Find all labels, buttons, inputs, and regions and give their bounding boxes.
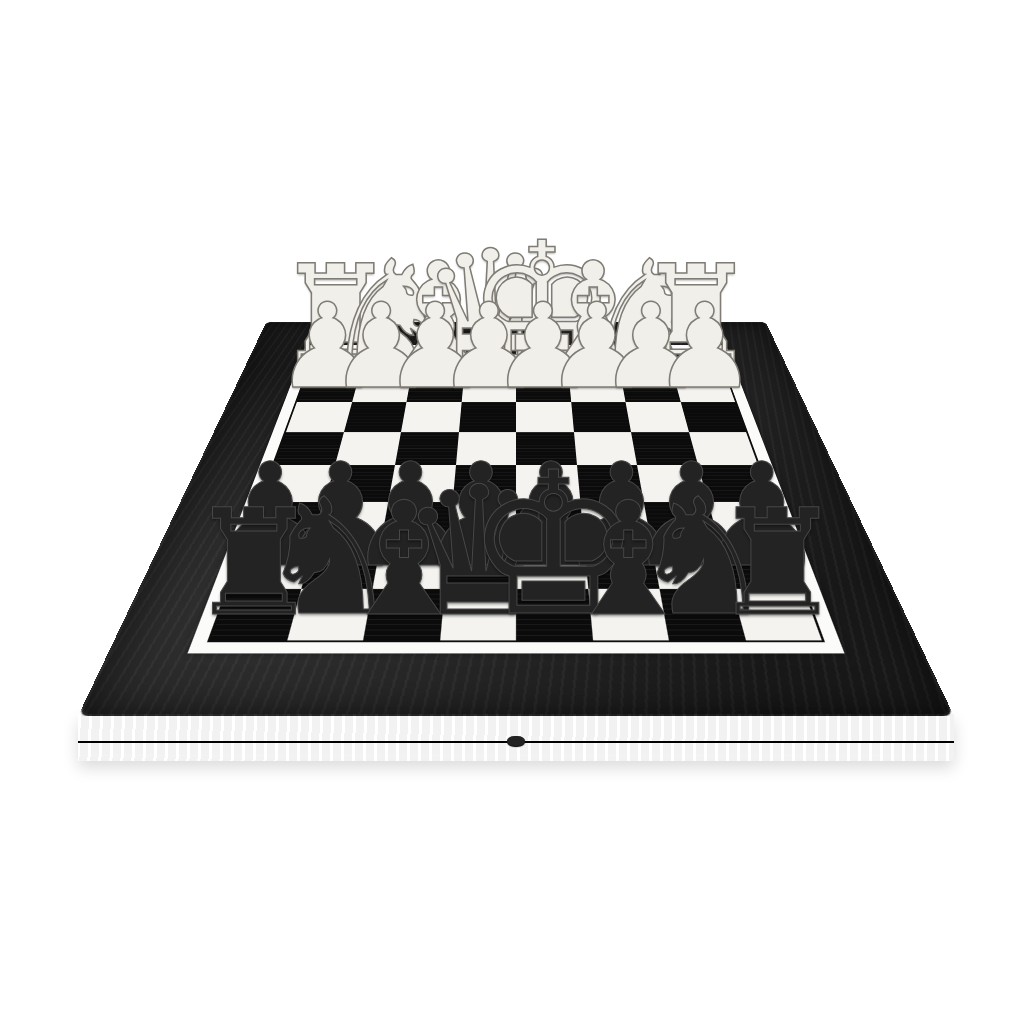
piece-black-rook: ♜ [712, 490, 844, 637]
pieces-layer: ♜♞♝♛♚♝♞♜♟♟♟♟♟♟♟♟♟♟♟♟♟♟♟♟♜♞♝♛♚♝♞♜ [0, 0, 1024, 1024]
piece-white-pawn: ♟ [652, 288, 757, 406]
